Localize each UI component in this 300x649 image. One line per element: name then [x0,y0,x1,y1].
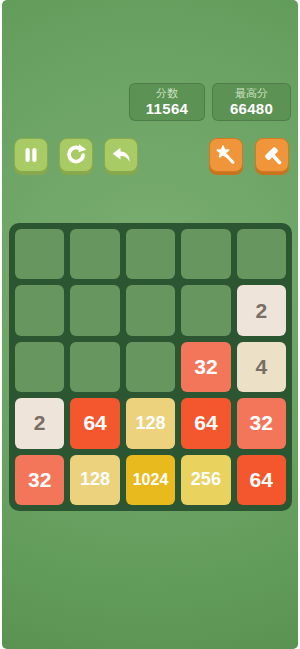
restart-icon [65,144,87,166]
score-value: 11564 [146,100,188,117]
tile-32: 32 [237,398,286,448]
empty-cell [15,229,64,279]
empty-cell [126,285,175,335]
best-score-label: 最高分 [235,87,268,100]
tile-128: 128 [70,455,119,505]
empty-cell [181,285,230,335]
tile-64: 64 [237,455,286,505]
empty-cell [126,342,175,392]
tile-32: 32 [181,342,230,392]
tile-256: 256 [181,455,230,505]
score-label: 分数 [156,87,178,100]
empty-cell [237,229,286,279]
empty-cell [15,342,64,392]
hammer-button[interactable] [255,138,289,172]
empty-cell [70,229,119,279]
tile-4: 4 [237,342,286,392]
toolbar-right [209,138,289,172]
toolbar-left [14,138,138,172]
tile-128: 128 [126,398,175,448]
game-screen: 分数 11564 最高分 66480 [2,0,298,649]
tile-2: 2 [15,398,64,448]
empty-cell [181,229,230,279]
empty-cell [70,285,119,335]
hammer-icon [262,145,282,165]
pause-button[interactable] [14,138,48,172]
undo-button[interactable] [104,138,138,172]
board[interactable]: 2324264128643232128102425664 [9,223,292,511]
magic-wand-button[interactable] [209,138,243,172]
best-score-panel: 最高分 66480 [212,83,291,121]
tile-64: 64 [181,398,230,448]
tile-32: 32 [15,455,64,505]
restart-button[interactable] [59,138,93,172]
tile-1024: 1024 [126,455,175,505]
empty-cell [126,229,175,279]
tile-64: 64 [70,398,119,448]
empty-cell [70,342,119,392]
tile-2: 2 [237,285,286,335]
score-row: 分数 11564 最高分 66480 [129,83,291,121]
best-score-value: 66480 [230,100,273,117]
undo-arrow-icon [110,144,132,166]
score-panel: 分数 11564 [129,83,205,121]
empty-cell [15,285,64,335]
pause-icon [21,145,41,165]
magic-wand-icon [216,145,236,165]
